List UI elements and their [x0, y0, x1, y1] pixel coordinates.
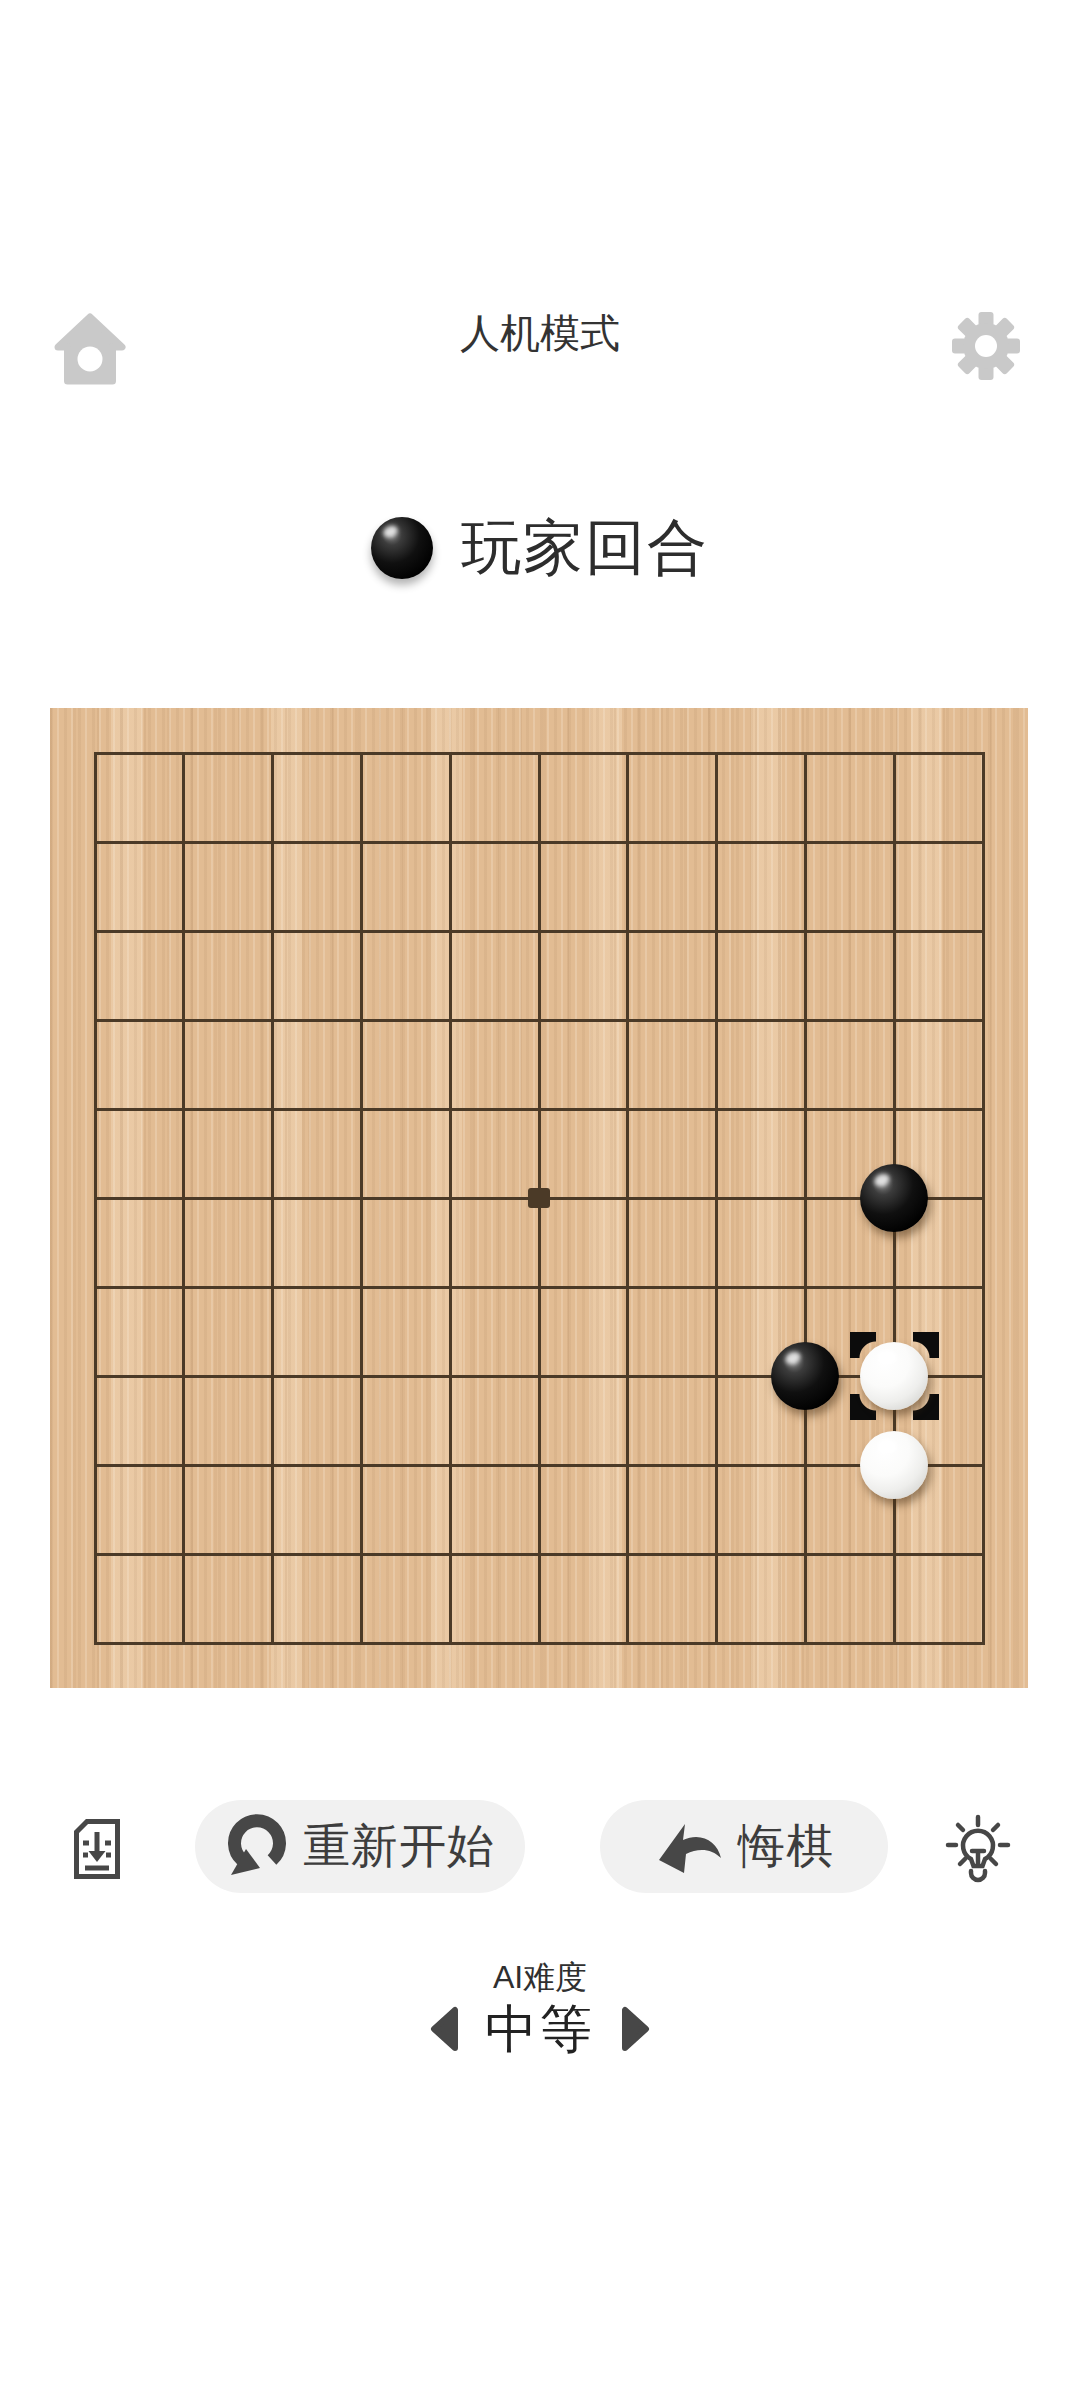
board-stone-black — [771, 1342, 839, 1410]
restart-label: 重新开始 — [303, 1815, 495, 1878]
difficulty-selector: 中等 — [0, 1998, 1080, 2062]
chevron-right-icon — [619, 2004, 653, 2057]
difficulty-next-button[interactable] — [619, 2004, 653, 2057]
board-grid-line-v — [982, 752, 985, 1645]
game-board[interactable] — [50, 708, 1028, 1688]
page-title: 人机模式 — [0, 290, 1080, 376]
restart-button[interactable]: 重新开始 — [195, 1800, 525, 1893]
save-record-button[interactable] — [72, 1818, 122, 1883]
board-grid-line-h — [94, 1553, 985, 1556]
board-star-point — [528, 1188, 550, 1208]
settings-button[interactable] — [950, 310, 1022, 385]
undo-button[interactable]: 悔棋 — [600, 1800, 888, 1893]
save-record-icon — [72, 1868, 122, 1883]
board-grid-line-h — [94, 1286, 985, 1289]
controls-bar: 重新开始 悔棋 — [0, 1800, 1080, 1896]
board-stone-white — [860, 1431, 928, 1499]
undo-label: 悔棋 — [738, 1815, 834, 1878]
hint-lightbulb-icon — [944, 1876, 1012, 1891]
settings-gear-icon — [950, 370, 1022, 385]
difficulty-label: AI难度 — [0, 1956, 1080, 2000]
turn-player-stone — [371, 517, 433, 579]
restart-icon — [225, 1812, 289, 1881]
board-grid-line-h — [94, 1464, 985, 1467]
board-grid-line-h — [94, 1375, 985, 1378]
top-bar: 人机模式 — [0, 290, 1080, 400]
board-grid-line-v — [715, 752, 718, 1645]
difficulty-prev-button[interactable] — [427, 2004, 461, 2057]
board-stone-white — [860, 1342, 928, 1410]
undo-arrow-icon — [654, 1814, 724, 1879]
board-grid-line-v — [804, 752, 807, 1645]
turn-indicator: 玩家回合 — [0, 500, 1080, 596]
board-grid-line-v — [626, 752, 629, 1645]
difficulty-value: 中等 — [485, 1995, 595, 2065]
board-stone-black — [860, 1164, 928, 1232]
hint-button[interactable] — [944, 1812, 1012, 1891]
board-grid-line-h — [94, 1642, 985, 1645]
home-icon — [52, 374, 128, 389]
chevron-left-icon — [427, 2004, 461, 2057]
turn-label: 玩家回合 — [461, 508, 709, 589]
